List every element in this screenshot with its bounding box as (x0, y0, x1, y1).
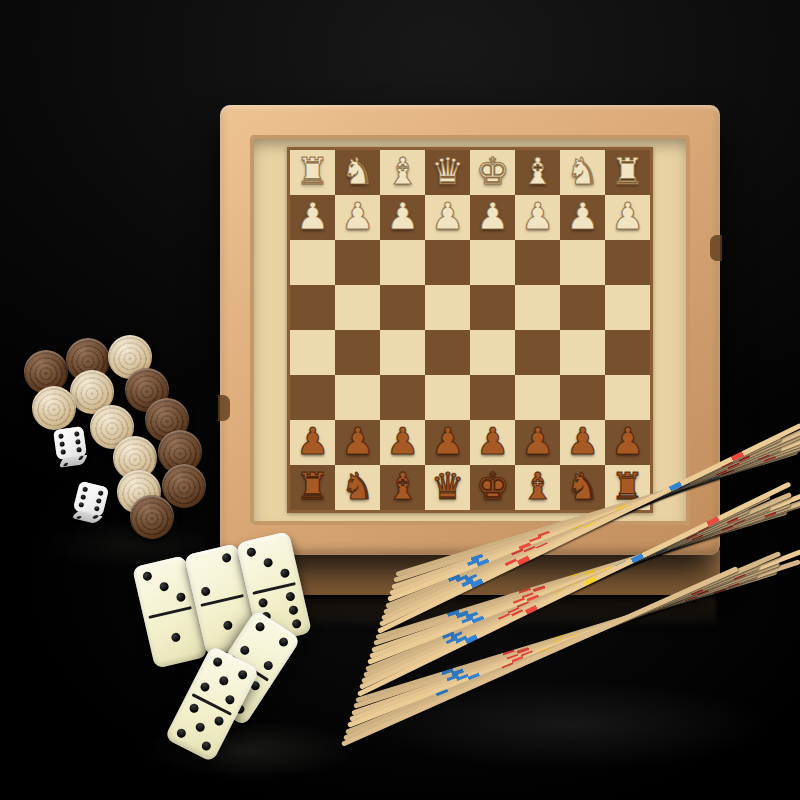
checker-piece-dark[interactable] (130, 495, 174, 539)
product-photo-scene: ♜♞♝♛♚♝♞♜♟♟♟♟♟♟♟♟♟♟♟♟♟♟♟♟♜♞♝♛♚♝♞♜ (0, 0, 800, 800)
board-square[interactable]: ♟ (290, 195, 335, 240)
pip (63, 463, 68, 467)
board-square[interactable] (425, 375, 470, 420)
pip (218, 675, 230, 687)
board-square[interactable] (515, 285, 560, 330)
chess-piece-brown-knight[interactable]: ♞ (566, 468, 599, 505)
chess-piece-brown-pawn[interactable]: ♟ (341, 423, 374, 460)
board-square[interactable] (605, 375, 650, 420)
pip (246, 547, 257, 558)
chess-piece-brown-pawn[interactable]: ♟ (386, 423, 419, 460)
board-square[interactable] (560, 375, 605, 420)
chess-piece-brown-pawn[interactable]: ♟ (431, 423, 464, 460)
pip (96, 498, 102, 504)
chess-piece-brown-king[interactable]: ♚ (476, 468, 509, 505)
pip (201, 740, 213, 752)
pip (224, 693, 236, 705)
chess-piece-brown-rook[interactable]: ♜ (296, 468, 329, 505)
chess-piece-white-pawn[interactable]: ♟ (521, 198, 554, 235)
board-square[interactable]: ♚ (470, 465, 515, 510)
board-square[interactable] (425, 285, 470, 330)
chess-piece-brown-bishop[interactable]: ♝ (386, 468, 419, 505)
board-square[interactable] (290, 375, 335, 420)
board-square[interactable]: ♝ (515, 465, 560, 510)
pip (239, 644, 251, 656)
chess-piece-brown-queen[interactable]: ♛ (431, 468, 464, 505)
pip (263, 557, 274, 568)
chess-piece-white-bishop[interactable]: ♝ (386, 153, 419, 190)
board-square[interactable] (515, 330, 560, 375)
pip (75, 439, 81, 445)
finger-notch (218, 395, 230, 421)
pip (221, 553, 232, 564)
board-square[interactable]: ♟ (605, 420, 650, 465)
board-square[interactable]: ♟ (380, 195, 425, 240)
pip (285, 592, 296, 603)
pip (142, 571, 153, 582)
pip (291, 618, 302, 629)
board-square[interactable]: ♟ (560, 420, 605, 465)
board-square[interactable]: ♞ (560, 150, 605, 195)
board-square[interactable] (560, 285, 605, 330)
board-square[interactable] (470, 285, 515, 330)
board-square[interactable]: ♞ (560, 465, 605, 510)
board-square[interactable] (470, 330, 515, 375)
board-square[interactable]: ♝ (380, 150, 425, 195)
chess-board: ♜♞♝♛♚♝♞♜♟♟♟♟♟♟♟♟♟♟♟♟♟♟♟♟♜♞♝♛♚♝♞♜ (287, 147, 653, 513)
board-square[interactable] (290, 240, 335, 285)
pip (277, 636, 289, 648)
chess-piece-white-pawn[interactable]: ♟ (611, 198, 644, 235)
board-square[interactable] (380, 330, 425, 375)
board-square[interactable]: ♟ (560, 195, 605, 240)
board-square[interactable] (335, 285, 380, 330)
pip (74, 431, 80, 437)
chess-piece-white-pawn[interactable]: ♟ (386, 198, 419, 235)
board-square[interactable] (560, 240, 605, 285)
pip (80, 494, 86, 500)
board-square[interactable] (425, 330, 470, 375)
board-square[interactable]: ♟ (380, 420, 425, 465)
board-square[interactable] (380, 375, 425, 420)
board-square[interactable]: ♟ (515, 420, 560, 465)
board-square[interactable]: ♞ (335, 150, 380, 195)
chess-piece-white-pawn[interactable]: ♟ (431, 198, 464, 235)
pip (236, 669, 248, 681)
game-box: ♜♞♝♛♚♝♞♜♟♟♟♟♟♟♟♟♟♟♟♟♟♟♟♟♜♞♝♛♚♝♞♜ (220, 105, 720, 555)
board-square[interactable]: ♟ (335, 420, 380, 465)
board-square[interactable]: ♚ (470, 150, 515, 195)
board-square[interactable]: ♟ (515, 195, 560, 240)
board-square[interactable]: ♟ (425, 420, 470, 465)
die[interactable] (53, 426, 87, 460)
pip (200, 586, 211, 597)
chess-piece-brown-knight[interactable]: ♞ (341, 468, 374, 505)
board-square[interactable]: ♜ (290, 465, 335, 510)
pip (175, 727, 187, 739)
chess-piece-white-pawn[interactable]: ♟ (476, 198, 509, 235)
pip (199, 680, 211, 692)
chess-piece-brown-pawn[interactable]: ♟ (521, 423, 554, 460)
die[interactable] (73, 481, 109, 517)
board-square[interactable] (380, 285, 425, 330)
pip (61, 449, 67, 455)
board-square[interactable] (515, 240, 560, 285)
chess-piece-brown-bishop[interactable]: ♝ (521, 468, 554, 505)
pip (175, 591, 186, 602)
pip (279, 567, 290, 578)
pip (82, 486, 88, 492)
board-square[interactable] (380, 240, 425, 285)
chess-piece-white-rook[interactable]: ♜ (296, 153, 329, 190)
chess-piece-white-pawn[interactable]: ♟ (341, 198, 374, 235)
board-square[interactable]: ♛ (425, 150, 470, 195)
pip (76, 447, 82, 453)
board-square[interactable] (425, 240, 470, 285)
board-square[interactable]: ♟ (470, 195, 515, 240)
chess-piece-brown-pawn[interactable]: ♟ (566, 423, 599, 460)
chess-piece-white-knight[interactable]: ♞ (566, 153, 599, 190)
chess-piece-white-pawn[interactable]: ♟ (296, 198, 329, 235)
board-square[interactable] (290, 330, 335, 375)
board-square[interactable]: ♛ (425, 465, 470, 510)
board-square[interactable] (605, 330, 650, 375)
pip (254, 621, 266, 633)
pip (75, 516, 82, 520)
box-tray: ♜♞♝♛♚♝♞♜♟♟♟♟♟♟♟♟♟♟♟♟♟♟♟♟♜♞♝♛♚♝♞♜ (250, 135, 690, 525)
pip (262, 659, 274, 671)
chess-piece-white-pawn[interactable]: ♟ (566, 198, 599, 235)
board-square[interactable]: ♝ (380, 465, 425, 510)
pip (159, 581, 170, 592)
board-square[interactable] (335, 330, 380, 375)
pip (97, 490, 103, 496)
checker-piece-light[interactable] (32, 386, 76, 430)
pip (188, 703, 200, 715)
pip (258, 598, 269, 609)
pip (213, 715, 225, 727)
chess-piece-white-bishop[interactable]: ♝ (521, 153, 554, 190)
board-square[interactable] (605, 240, 650, 285)
chess-piece-brown-pawn[interactable]: ♟ (296, 423, 329, 460)
chess-piece-white-queen[interactable]: ♛ (431, 153, 464, 190)
pip (59, 441, 65, 447)
pip (211, 656, 223, 668)
board-square[interactable]: ♟ (425, 195, 470, 240)
board-square[interactable] (335, 375, 380, 420)
chess-piece-brown-pawn[interactable]: ♟ (611, 423, 644, 460)
board-square[interactable] (470, 375, 515, 420)
pip (222, 620, 233, 631)
chess-piece-white-king[interactable]: ♚ (476, 153, 509, 190)
pip (288, 605, 299, 616)
board-square[interactable] (290, 285, 335, 330)
pip (194, 721, 206, 733)
pip (170, 632, 181, 643)
board-square[interactable]: ♜ (605, 150, 650, 195)
board-square[interactable] (515, 375, 560, 420)
board-square[interactable]: ♞ (335, 465, 380, 510)
chess-piece-white-knight[interactable]: ♞ (341, 153, 374, 190)
board-square[interactable]: ♟ (470, 420, 515, 465)
chess-piece-white-rook[interactable]: ♜ (611, 153, 644, 190)
board-square[interactable]: ♟ (290, 420, 335, 465)
pip (78, 456, 83, 460)
board-square[interactable] (470, 240, 515, 285)
pip (58, 434, 64, 440)
board-square[interactable]: ♜ (290, 150, 335, 195)
checker-piece-dark[interactable] (162, 464, 206, 508)
board-square[interactable] (335, 240, 380, 285)
board-square[interactable]: ♝ (515, 150, 560, 195)
pip (94, 505, 100, 511)
board-square[interactable] (560, 330, 605, 375)
board-square[interactable]: ♟ (605, 195, 650, 240)
board-square[interactable]: ♟ (335, 195, 380, 240)
pip (79, 502, 85, 508)
pip (92, 515, 99, 519)
finger-notch (710, 235, 722, 261)
board-square[interactable] (605, 285, 650, 330)
chess-piece-brown-pawn[interactable]: ♟ (476, 423, 509, 460)
